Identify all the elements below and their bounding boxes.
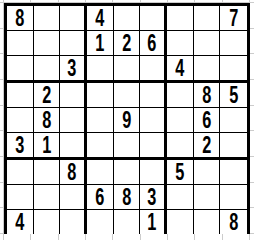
given-digit: 8 [202, 83, 211, 107]
cell-r2c4[interactable]: 1 [87, 31, 114, 56]
cell-r6c5[interactable] [114, 133, 141, 160]
cell-r3c2[interactable] [34, 56, 61, 83]
cell-r3c8[interactable] [194, 56, 221, 83]
cell-r6c2[interactable]: 1 [34, 133, 61, 160]
given-digit: 4 [175, 56, 184, 80]
given-digit: 8 [229, 210, 238, 234]
cell-r9c9[interactable]: 8 [220, 210, 247, 234]
given-digit: 2 [42, 83, 51, 107]
cell-r9c4[interactable] [87, 210, 114, 234]
cell-r7c7[interactable]: 5 [167, 160, 194, 185]
cell-r2c6[interactable]: 6 [140, 31, 167, 56]
cell-r7c3[interactable]: 8 [60, 160, 87, 185]
cell-r6c8[interactable]: 2 [194, 133, 221, 160]
cell-r8c8[interactable] [194, 185, 221, 210]
cell-r8c9[interactable] [220, 185, 247, 210]
cell-r9c7[interactable] [167, 210, 194, 234]
given-digit: 2 [122, 31, 131, 55]
cell-r4c6[interactable] [140, 83, 167, 108]
cell-r4c1[interactable] [7, 83, 34, 108]
given-digit: 8 [122, 185, 131, 209]
cell-r7c1[interactable] [7, 160, 34, 185]
cell-r5c1[interactable] [7, 108, 34, 133]
cell-r5c6[interactable] [140, 108, 167, 133]
cell-r3c3[interactable]: 3 [60, 56, 87, 83]
cell-r7c4[interactable] [87, 160, 114, 185]
given-digit: 4 [95, 6, 104, 30]
given-digit: 5 [175, 160, 184, 184]
cell-r5c3[interactable] [60, 108, 87, 133]
cell-r1c2[interactable] [34, 6, 61, 31]
cell-r1c3[interactable] [60, 6, 87, 31]
cell-r4c4[interactable] [87, 83, 114, 108]
cell-r8c6[interactable]: 3 [140, 185, 167, 210]
cell-r7c5[interactable] [114, 160, 141, 185]
cell-r1c4[interactable]: 4 [87, 6, 114, 31]
given-digit: 8 [68, 160, 77, 184]
cell-r3c4[interactable] [87, 56, 114, 83]
cell-r3c5[interactable] [114, 56, 141, 83]
cell-r2c8[interactable] [194, 31, 221, 56]
cell-r2c9[interactable] [220, 31, 247, 56]
cell-r1c7[interactable] [167, 6, 194, 31]
given-digit: 6 [148, 31, 157, 55]
cell-r9c2[interactable] [34, 210, 61, 234]
cell-r5c8[interactable]: 6 [194, 108, 221, 133]
cell-r9c1[interactable]: 4 [7, 210, 34, 234]
cell-r5c5[interactable]: 9 [114, 108, 141, 133]
cell-r4c9[interactable]: 5 [220, 83, 247, 108]
given-digit: 1 [42, 133, 51, 157]
cell-r8c1[interactable] [7, 185, 34, 210]
given-digit: 3 [148, 185, 157, 209]
cell-r4c3[interactable] [60, 83, 87, 108]
given-digit: 8 [42, 108, 51, 132]
cell-r2c3[interactable] [60, 31, 87, 56]
given-digit: 4 [15, 210, 24, 234]
cell-r1c9[interactable]: 7 [220, 6, 247, 31]
cell-r9c8[interactable] [194, 210, 221, 234]
cell-r6c9[interactable] [220, 133, 247, 160]
given-digit: 5 [229, 83, 238, 107]
cell-r6c4[interactable] [87, 133, 114, 160]
cell-r4c5[interactable] [114, 83, 141, 108]
cell-r5c7[interactable] [167, 108, 194, 133]
cell-r2c7[interactable] [167, 31, 194, 56]
cell-r1c8[interactable] [194, 6, 221, 31]
given-digit: 9 [122, 108, 131, 132]
given-digit: 1 [148, 210, 157, 234]
cell-r5c9[interactable] [220, 108, 247, 133]
cell-r6c7[interactable] [167, 133, 194, 160]
cell-r3c1[interactable] [7, 56, 34, 83]
cell-r8c2[interactable] [34, 185, 61, 210]
cell-r1c1[interactable]: 8 [7, 6, 34, 31]
cell-r3c9[interactable] [220, 56, 247, 83]
cell-r6c3[interactable] [60, 133, 87, 160]
cell-r8c7[interactable] [167, 185, 194, 210]
cell-r3c7[interactable]: 4 [167, 56, 194, 83]
given-digit: 3 [68, 56, 77, 80]
cell-r3c6[interactable] [140, 56, 167, 83]
given-digit: 2 [202, 133, 211, 157]
cell-r1c6[interactable] [140, 6, 167, 31]
cell-r6c6[interactable] [140, 133, 167, 160]
given-digit: 6 [202, 108, 211, 132]
cell-r1c5[interactable] [114, 6, 141, 31]
cell-r2c2[interactable] [34, 31, 61, 56]
given-digit: 8 [15, 6, 24, 30]
cell-r7c9[interactable] [220, 160, 247, 185]
cell-r4c2[interactable]: 2 [34, 83, 61, 108]
cell-r8c3[interactable] [60, 185, 87, 210]
cell-r5c4[interactable] [87, 108, 114, 133]
cell-r9c3[interactable] [60, 210, 87, 234]
cell-r9c6[interactable]: 1 [140, 210, 167, 234]
given-digit: 3 [15, 133, 24, 157]
cell-r7c6[interactable] [140, 160, 167, 185]
cell-r4c7[interactable] [167, 83, 194, 108]
sudoku-board: 8471263428589631285683418 [4, 3, 250, 234]
given-digit: 6 [95, 185, 104, 209]
given-digit: 7 [229, 6, 238, 30]
cell-r8c5[interactable]: 8 [114, 185, 141, 210]
cell-r2c1[interactable] [7, 31, 34, 56]
cell-r9c5[interactable] [114, 210, 141, 234]
cell-r8c4[interactable]: 6 [87, 185, 114, 210]
cell-r2c5[interactable]: 2 [114, 31, 141, 56]
cell-r7c8[interactable] [194, 160, 221, 185]
cell-r7c2[interactable] [34, 160, 61, 185]
cell-r5c2[interactable]: 8 [34, 108, 61, 133]
given-digit: 1 [95, 31, 104, 55]
cell-r4c8[interactable]: 8 [194, 83, 221, 108]
cell-r6c1[interactable]: 3 [7, 133, 34, 160]
